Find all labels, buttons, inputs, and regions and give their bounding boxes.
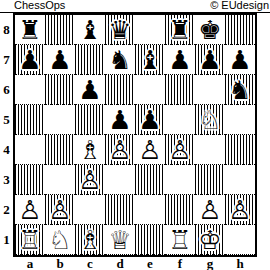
square-a2[interactable]: ♙ [15,195,45,225]
square-a4[interactable] [15,135,45,165]
square-f7[interactable]: ♟ [165,45,195,75]
square-a7[interactable]: ♟ [15,45,45,75]
square-d8[interactable]: ♛ [105,15,135,45]
black-pawn-piece: ♟ [168,45,191,75]
rank-label-1: 1 [0,225,13,255]
square-c2[interactable] [75,195,105,225]
white-queen-piece: ♕ [108,225,131,255]
black-bishop-piece: ♝ [138,45,161,75]
square-g4[interactable] [195,135,225,165]
square-d5[interactable]: ♟ [105,105,135,135]
file-label-e: e [135,257,165,270]
black-pawn-piece: ♟ [228,45,251,75]
chess-board: ♜♝♛♜♚♟♟♞♝♟♟♟♟♞♟♟♘♗♙♙♙♙♙♙♙♙♖♘♗♕♖♔ [13,13,257,257]
square-d4[interactable]: ♙ [105,135,135,165]
square-d6[interactable] [105,75,135,105]
square-a3[interactable] [15,165,45,195]
square-f6[interactable] [165,75,195,105]
square-c8[interactable]: ♝ [75,15,105,45]
square-h6[interactable]: ♞ [225,75,255,105]
square-b2[interactable]: ♙ [45,195,75,225]
rank-labels: 87654321 [0,13,13,257]
file-label-h: h [225,257,255,270]
white-pawn-piece: ♙ [138,135,161,165]
black-pawn-piece: ♟ [138,105,161,135]
square-c7[interactable] [75,45,105,75]
square-b7[interactable]: ♟ [45,45,75,75]
white-pawn-piece: ♙ [78,165,101,195]
square-h5[interactable] [225,105,255,135]
black-bishop-piece: ♝ [78,15,101,45]
square-g6[interactable] [195,75,225,105]
square-h3[interactable] [225,165,255,195]
square-c6[interactable]: ♟ [75,75,105,105]
square-f8[interactable]: ♜ [165,15,195,45]
rank-label-4: 4 [0,135,13,165]
square-h4[interactable] [225,135,255,165]
square-c1[interactable]: ♗ [75,225,105,255]
square-d2[interactable] [105,195,135,225]
square-g5[interactable]: ♘ [195,105,225,135]
white-pawn-piece: ♙ [198,195,221,225]
square-d3[interactable] [105,165,135,195]
black-knight-piece: ♞ [228,75,251,105]
square-b1[interactable]: ♘ [45,225,75,255]
white-bishop-piece: ♗ [78,225,101,255]
square-e8[interactable] [135,15,165,45]
file-label-c: c [75,257,105,270]
rank-label-7: 7 [0,45,13,75]
square-e7[interactable]: ♝ [135,45,165,75]
square-d7[interactable]: ♞ [105,45,135,75]
white-pawn-piece: ♙ [48,195,71,225]
square-a8[interactable]: ♜ [15,15,45,45]
black-king-piece: ♚ [198,15,221,45]
rank-label-2: 2 [0,195,13,225]
rank-label-5: 5 [0,105,13,135]
black-knight-piece: ♞ [108,45,131,75]
square-h1[interactable] [225,225,255,255]
white-pawn-piece: ♙ [168,135,191,165]
black-pawn-piece: ♟ [18,45,41,75]
square-f5[interactable] [165,105,195,135]
square-h8[interactable] [225,15,255,45]
square-g1[interactable]: ♔ [195,225,225,255]
rank-label-8: 8 [0,15,13,45]
square-b3[interactable] [45,165,75,195]
square-e3[interactable] [135,165,165,195]
white-rook-piece: ♖ [168,225,191,255]
square-a1[interactable]: ♖ [15,225,45,255]
black-pawn-piece: ♟ [78,75,101,105]
white-knight-piece: ♘ [198,105,221,135]
square-h7[interactable]: ♟ [225,45,255,75]
square-c4[interactable]: ♗ [75,135,105,165]
title-bar: ChessOps © EUdesign [0,0,270,13]
rank-label-6: 6 [0,75,13,105]
white-pawn-piece: ♙ [108,135,131,165]
file-label-b: b [45,257,75,270]
rank-label-3: 3 [0,165,13,195]
black-pawn-piece: ♟ [48,45,71,75]
square-b4[interactable] [45,135,75,165]
square-a6[interactable] [15,75,45,105]
file-label-g: g [195,257,225,270]
square-e2[interactable] [135,195,165,225]
square-f2[interactable] [165,195,195,225]
app-title: ChessOps [14,0,65,11]
black-pawn-piece: ♟ [198,45,221,75]
white-king-piece: ♔ [198,225,221,255]
square-c3[interactable]: ♙ [75,165,105,195]
square-e4[interactable]: ♙ [135,135,165,165]
square-a5[interactable] [15,105,45,135]
square-c5[interactable] [75,105,105,135]
square-b5[interactable] [45,105,75,135]
file-label-d: d [105,257,135,270]
square-f4[interactable]: ♙ [165,135,195,165]
square-b8[interactable] [45,15,75,45]
square-f1[interactable]: ♖ [165,225,195,255]
square-f3[interactable] [165,165,195,195]
square-d1[interactable]: ♕ [105,225,135,255]
white-knight-piece: ♘ [48,225,71,255]
black-queen-piece: ♛ [108,15,131,45]
square-g8[interactable]: ♚ [195,15,225,45]
white-rook-piece: ♖ [18,225,41,255]
white-pawn-piece: ♙ [228,195,251,225]
square-e1[interactable] [135,225,165,255]
square-g2[interactable]: ♙ [195,195,225,225]
copyright-label: © EUdesign [210,0,269,11]
square-b6[interactable] [45,75,75,105]
black-rook-piece: ♜ [18,15,41,45]
square-h2[interactable]: ♙ [225,195,255,225]
square-e6[interactable] [135,75,165,105]
white-pawn-piece: ♙ [18,195,41,225]
file-label-a: a [15,257,45,270]
black-rook-piece: ♜ [168,15,191,45]
white-bishop-piece: ♗ [78,135,101,165]
file-labels: abcdefgh [15,257,270,270]
square-g3[interactable] [195,165,225,195]
square-g7[interactable]: ♟ [195,45,225,75]
square-e5[interactable]: ♟ [135,105,165,135]
file-label-f: f [165,257,195,270]
black-pawn-piece: ♟ [108,105,131,135]
